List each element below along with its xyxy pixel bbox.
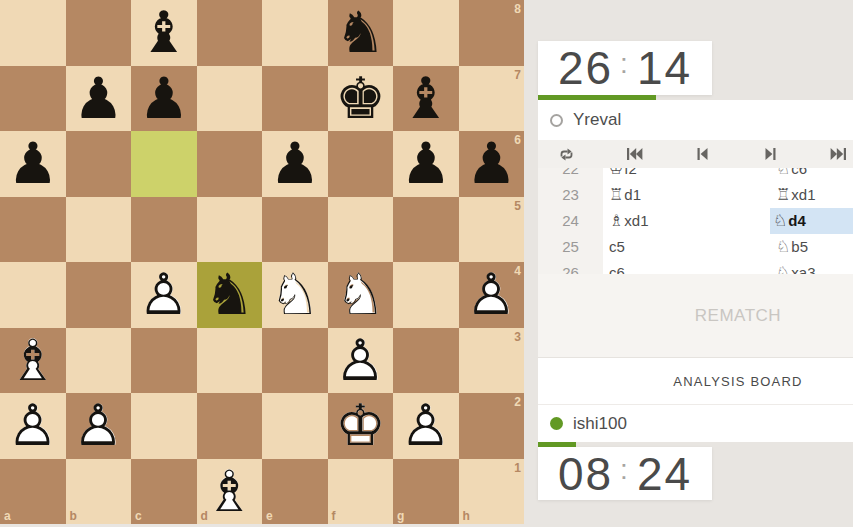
- chess-board[interactable]: ♝♞8♟♟♚♝7♟♟♟♟65♟♙♞♞♘♞♘♟♙4♝♗♟♙3♟♙♟♙♚♔♟♙2ab…: [0, 0, 524, 524]
- move-number: 26: [538, 260, 603, 274]
- player-row: ishi100: [538, 405, 853, 442]
- file-label: g: [397, 509, 404, 523]
- square-h6[interactable]: ♟6: [459, 131, 525, 197]
- opponent-clock-minutes: 26: [558, 41, 613, 95]
- square-b1[interactable]: b: [66, 459, 132, 525]
- move-number: 25: [538, 234, 603, 260]
- square-c4[interactable]: ♟♙: [131, 262, 197, 328]
- file-label: a: [4, 509, 11, 523]
- black-move-24[interactable]: ♘d4: [770, 208, 853, 234]
- square-e7[interactable]: [262, 66, 328, 132]
- square-d5[interactable]: [197, 197, 263, 263]
- square-g1[interactable]: g: [393, 459, 459, 525]
- clock-colon: :: [620, 454, 630, 486]
- white-knight[interactable]: ♞♘: [262, 262, 328, 328]
- move-number: 24: [538, 208, 603, 234]
- piece-outline: ♙: [328, 328, 394, 394]
- analysis-board-button[interactable]: ANALYSIS BOARD: [673, 374, 802, 389]
- square-a3[interactable]: ♝♗: [0, 328, 66, 394]
- square-e4[interactable]: ♞♘: [262, 262, 328, 328]
- move-list-rows: 22♔f2♘c623♖d1♖xd124♗xd1♘d425c5♘b526c6♘xa…: [538, 168, 853, 274]
- square-f2[interactable]: ♚♔: [328, 393, 394, 459]
- square-b5[interactable]: [66, 197, 132, 263]
- clock-colon: :: [620, 48, 630, 80]
- white-pawn[interactable]: ♟♙: [328, 328, 394, 394]
- rematch-section: REMATCH: [538, 274, 853, 357]
- piece-outline: ♗: [0, 328, 66, 394]
- square-g7[interactable]: ♝: [393, 66, 459, 132]
- player-clock-minutes: 08: [558, 447, 613, 501]
- square-e8[interactable]: [262, 0, 328, 66]
- figurine-icon: ♘: [776, 168, 790, 178]
- square-h8[interactable]: 8: [459, 0, 525, 66]
- rank-label: 6: [514, 133, 521, 147]
- first-move-icon[interactable]: [625, 145, 643, 163]
- square-c8[interactable]: ♝: [131, 0, 197, 66]
- square-a6[interactable]: ♟: [0, 131, 66, 197]
- square-h1[interactable]: 1h: [459, 459, 525, 525]
- black-knight[interactable]: ♞: [197, 262, 263, 328]
- piece-outline: ♙: [131, 262, 197, 328]
- opponent-name[interactable]: Yreval: [573, 110, 621, 130]
- white-knight[interactable]: ♞♘: [328, 262, 394, 328]
- square-a5[interactable]: [0, 197, 66, 263]
- white-move-24[interactable]: ♗xd1: [603, 208, 770, 234]
- next-move-icon[interactable]: [761, 145, 779, 163]
- figurine-icon: ♘: [776, 237, 790, 256]
- square-b2[interactable]: ♟♙: [66, 393, 132, 459]
- square-c7[interactable]: ♟: [131, 66, 197, 132]
- square-a7[interactable]: [0, 66, 66, 132]
- figurine-icon: ♖: [776, 185, 790, 204]
- square-a1[interactable]: a: [0, 459, 66, 525]
- black-pawn[interactable]: ♟: [262, 131, 328, 197]
- rematch-button[interactable]: REMATCH: [695, 306, 781, 326]
- figurine-icon: ♘: [776, 263, 790, 274]
- square-a8[interactable]: [0, 0, 66, 66]
- square-b3[interactable]: [66, 328, 132, 394]
- rank-label: 5: [514, 199, 521, 213]
- move-controls-bar: [538, 140, 853, 168]
- file-label: h: [463, 509, 470, 523]
- white-move-22[interactable]: ♔f2: [603, 168, 770, 182]
- move-row: 22♔f2♘c6: [538, 168, 853, 182]
- square-f1[interactable]: f: [328, 459, 394, 525]
- square-d2[interactable]: [197, 393, 263, 459]
- move-number: 22: [538, 168, 603, 182]
- white-pawn[interactable]: ♟♙: [66, 393, 132, 459]
- black-pawn[interactable]: ♟: [131, 66, 197, 132]
- square-e6[interactable]: ♟: [262, 131, 328, 197]
- player-clock-seconds: 24: [637, 447, 692, 501]
- square-g6[interactable]: ♟: [393, 131, 459, 197]
- square-h5[interactable]: 5: [459, 197, 525, 263]
- black-bishop[interactable]: ♝: [131, 0, 197, 66]
- file-label: c: [135, 509, 142, 523]
- square-d6[interactable]: [197, 131, 263, 197]
- square-b7[interactable]: ♟: [66, 66, 132, 132]
- rank-label: 2: [514, 395, 521, 409]
- move-number: 23: [538, 182, 603, 208]
- rank-label: 8: [514, 2, 521, 16]
- piece-outline: ♙: [0, 393, 66, 459]
- square-f7[interactable]: ♚: [328, 66, 394, 132]
- flip-board-icon[interactable]: [557, 145, 575, 163]
- piece-outline: ♙: [66, 393, 132, 459]
- square-f3[interactable]: ♟♙: [328, 328, 394, 394]
- square-c2[interactable]: [131, 393, 197, 459]
- player-name[interactable]: ishi100: [573, 414, 627, 434]
- black-knight[interactable]: ♞: [328, 0, 394, 66]
- square-b6[interactable]: [66, 131, 132, 197]
- figurine-icon: ♔: [609, 168, 623, 178]
- rank-label: 3: [514, 330, 521, 344]
- piece-outline: ♘: [328, 262, 394, 328]
- opponent-row: Yreval: [538, 100, 853, 140]
- square-h3[interactable]: 3: [459, 328, 525, 394]
- square-c5[interactable]: [131, 197, 197, 263]
- square-d8[interactable]: [197, 0, 263, 66]
- piece-outline: ♔: [328, 393, 394, 459]
- piece-outline: ♙: [393, 393, 459, 459]
- black-move-22[interactable]: ♘c6: [770, 168, 853, 182]
- square-e5[interactable]: [262, 197, 328, 263]
- game-sidebar: 26:14 Yreval: [538, 0, 853, 527]
- move-list[interactable]: 22♔f2♘c623♖d1♖xd124♗xd1♘d425c5♘b526c6♘xa…: [538, 168, 853, 274]
- file-label: e: [266, 509, 273, 523]
- square-h7[interactable]: 7: [459, 66, 525, 132]
- black-king[interactable]: ♚: [328, 66, 394, 132]
- square-g4[interactable]: [393, 262, 459, 328]
- square-d1[interactable]: ♝♗d: [197, 459, 263, 525]
- file-label: b: [70, 509, 77, 523]
- square-e1[interactable]: e: [262, 459, 328, 525]
- square-c3[interactable]: [131, 328, 197, 394]
- square-a4[interactable]: [0, 262, 66, 328]
- square-c1[interactable]: c: [131, 459, 197, 525]
- move-row: 26c6♘xa3: [538, 260, 853, 274]
- opponent-clock-seconds: 14: [637, 41, 692, 95]
- black-move-25[interactable]: ♘b5: [770, 234, 853, 260]
- white-king[interactable]: ♚♔: [328, 393, 394, 459]
- move-row: 23♖d1♖xd1: [538, 182, 853, 208]
- white-pawn[interactable]: ♟♙: [131, 262, 197, 328]
- square-e2[interactable]: [262, 393, 328, 459]
- square-g2[interactable]: ♟♙: [393, 393, 459, 459]
- move-controls: [557, 140, 847, 168]
- black-pawn[interactable]: ♟: [66, 66, 132, 132]
- black-bishop[interactable]: ♝: [393, 66, 459, 132]
- black-pawn[interactable]: ♟: [0, 131, 66, 197]
- piece-outline: ♘: [262, 262, 328, 328]
- figurine-icon: ♗: [609, 211, 623, 230]
- square-c6[interactable]: [131, 131, 197, 197]
- square-h4[interactable]: ♟♙4: [459, 262, 525, 328]
- square-g8[interactable]: [393, 0, 459, 66]
- square-b4[interactable]: [66, 262, 132, 328]
- black-pawn[interactable]: ♟: [393, 131, 459, 197]
- square-g3[interactable]: [393, 328, 459, 394]
- file-label: d: [201, 509, 208, 523]
- square-h2[interactable]: 2: [459, 393, 525, 459]
- square-g5[interactable]: [393, 197, 459, 263]
- square-d3[interactable]: [197, 328, 263, 394]
- figurine-icon: ♖: [609, 185, 623, 204]
- square-d7[interactable]: [197, 66, 263, 132]
- square-f8[interactable]: ♞: [328, 0, 394, 66]
- figurine-icon: ♘: [773, 211, 787, 230]
- square-e3[interactable]: [262, 328, 328, 394]
- analysis-section: ANALYSIS BOARD: [538, 357, 853, 405]
- white-move-26[interactable]: c6: [603, 260, 770, 274]
- black-move-26[interactable]: ♘xa3: [770, 260, 853, 274]
- file-label: f: [332, 509, 336, 523]
- online-dot-icon: [550, 417, 563, 430]
- white-move-23[interactable]: ♖d1: [603, 182, 770, 208]
- square-a2[interactable]: ♟♙: [0, 393, 66, 459]
- square-f6[interactable]: [328, 131, 394, 197]
- black-move-23[interactable]: ♖xd1: [770, 182, 853, 208]
- square-b8[interactable]: [66, 0, 132, 66]
- rank-label: 4: [514, 264, 521, 278]
- white-bishop[interactable]: ♝♗: [0, 328, 66, 394]
- square-d4[interactable]: ♞: [197, 262, 263, 328]
- white-circle-icon: [550, 114, 563, 127]
- previous-move-icon[interactable]: [693, 145, 711, 163]
- square-f5[interactable]: [328, 197, 394, 263]
- rank-label: 7: [514, 68, 521, 82]
- player-clock: 08:24: [538, 447, 712, 500]
- white-pawn[interactable]: ♟♙: [0, 393, 66, 459]
- move-row: 25c5♘b5: [538, 234, 853, 260]
- white-move-25[interactable]: c5: [603, 234, 770, 260]
- white-pawn[interactable]: ♟♙: [393, 393, 459, 459]
- chess-game-page: ♝♞8♟♟♚♝7♟♟♟♟65♟♙♞♞♘♞♘♟♙4♝♗♟♙3♟♙♟♙♚♔♟♙2ab…: [0, 0, 853, 527]
- last-move-icon[interactable]: [829, 145, 847, 163]
- opponent-clock: 26:14: [538, 41, 712, 95]
- rank-label: 1: [514, 461, 521, 475]
- square-f4[interactable]: ♞♘: [328, 262, 394, 328]
- move-row: 24♗xd1♘d4: [538, 208, 853, 234]
